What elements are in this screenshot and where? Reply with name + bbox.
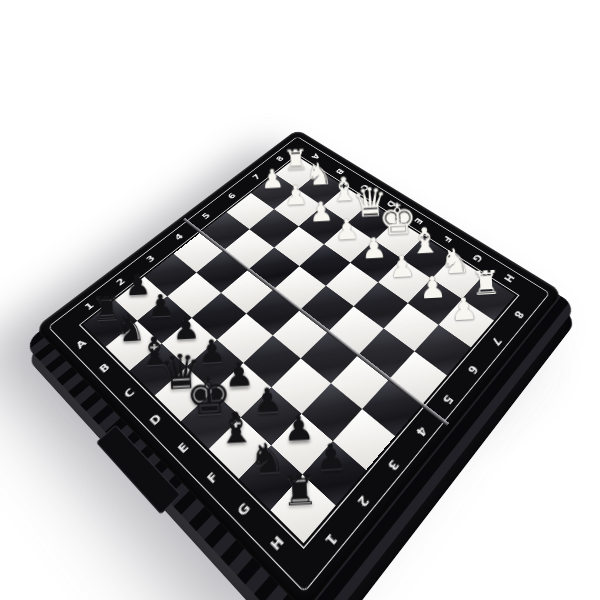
product-photo-scene: ABCDEFGH ABCDEFGH 87654321 87654321 ♜♞♝♛… (0, 0, 600, 600)
piece-black-rook[interactable]: ♜ (275, 469, 324, 512)
board-face: ABCDEFGH ABCDEFGH 87654321 87654321 ♜♞♝♛… (35, 129, 563, 600)
piece-white-pawn[interactable]: ♟ (443, 293, 484, 326)
chess-set: ABCDEFGH ABCDEFGH 87654321 87654321 ♜♞♝♛… (35, 129, 563, 600)
square-e4[interactable] (273, 310, 328, 359)
